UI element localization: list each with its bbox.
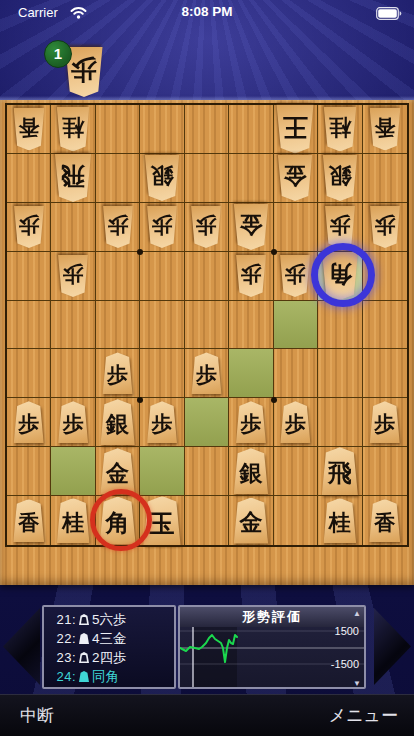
board-cell-6f[interactable]	[140, 349, 184, 398]
piece-香-bottom: 香	[367, 499, 402, 542]
board-cell-1c[interactable]: 歩	[363, 203, 407, 252]
scroll-down-icon[interactable]: ▼	[353, 680, 361, 688]
piece-歩-top: 歩	[145, 206, 179, 248]
board-cell-8c[interactable]	[51, 203, 95, 252]
hoshi-dot	[137, 249, 143, 255]
board-cell-1f[interactable]	[363, 349, 407, 398]
piece-銀-bottom: 銀	[231, 448, 270, 494]
move-number: 21:	[46, 612, 76, 627]
board-cell-4c[interactable]: 金	[229, 203, 273, 252]
board-cell-7g[interactable]: 銀	[96, 398, 140, 447]
board-cell-3a[interactable]: 王	[274, 105, 318, 154]
board-cell-3h[interactable]	[274, 447, 318, 496]
piece-飛-top: 飛	[53, 154, 94, 202]
board-cell-2f[interactable]	[318, 349, 362, 398]
board-cell-6a[interactable]	[140, 105, 184, 154]
board-cell-4d[interactable]: 歩	[229, 252, 273, 301]
shogi-board: 香桂王桂香飛銀金銀歩歩歩歩金歩歩歩歩歩角歩歩歩歩銀歩歩歩歩金銀飛香桂角玉金桂香	[0, 100, 414, 585]
board-cell-8a[interactable]: 桂	[51, 105, 95, 154]
captured-tray-top: 歩 1	[44, 38, 114, 104]
piece-歩-top: 歩	[234, 255, 268, 297]
board-cell-6d[interactable]	[140, 252, 184, 301]
piece-歩-bottom: 歩	[12, 401, 46, 443]
scroll-up-icon[interactable]: ▲	[353, 610, 361, 618]
board-cell-9h[interactable]	[7, 447, 51, 496]
board-cell-7c[interactable]: 歩	[96, 203, 140, 252]
move-row-24[interactable]: 24:同角	[46, 667, 172, 686]
menu-button[interactable]: メニュー	[329, 704, 398, 727]
black-shogi-piece-icon	[79, 671, 89, 682]
piece-歩-bottom: 歩	[56, 401, 90, 443]
board-cell-2b[interactable]: 銀	[318, 154, 362, 203]
board-cell-4f[interactable]	[229, 349, 273, 398]
piece-香-top: 香	[11, 107, 46, 150]
piece-歩-bottom: 歩	[189, 352, 223, 394]
piece-歩-top: 歩	[12, 206, 46, 248]
move-row-23[interactable]: 23:2四歩	[46, 648, 172, 667]
piece-香-bottom: 香	[11, 499, 46, 542]
move-list[interactable]: 21:5六歩22:4三金23:2四歩24:同角	[42, 605, 176, 689]
piece-歩-top: 歩	[101, 206, 135, 248]
board-cell-6i[interactable]: 玉	[140, 496, 184, 545]
piece-歩-bottom: 歩	[101, 352, 135, 394]
board-cell-3c[interactable]	[274, 203, 318, 252]
board-cell-5b[interactable]	[185, 154, 229, 203]
eval-max-label: 1500	[335, 625, 359, 637]
piece-金-top: 金	[276, 155, 315, 201]
move-text: 4三金	[92, 630, 127, 648]
eval-min-label: -1500	[331, 658, 359, 670]
move-text: 同角	[92, 668, 119, 686]
board-cell-4h[interactable]: 銀	[229, 447, 273, 496]
board-cell-5h[interactable]	[185, 447, 229, 496]
board-cell-7a[interactable]	[96, 105, 140, 154]
board-cell-7h[interactable]: 金	[96, 447, 140, 496]
piece-歩-bottom: 歩	[368, 401, 402, 443]
hoshi-dot	[271, 249, 277, 255]
board-cell-8g[interactable]: 歩	[51, 398, 95, 447]
board-cell-3e[interactable]	[274, 301, 318, 350]
board-cell-3g[interactable]: 歩	[274, 398, 318, 447]
board-cell-5e[interactable]	[185, 301, 229, 350]
board-cell-9i[interactable]: 香	[7, 496, 51, 545]
piece-歩-bottom: 歩	[278, 401, 312, 443]
board-cell-9d[interactable]	[7, 252, 51, 301]
piece-桂-top: 桂	[321, 106, 358, 151]
board-cell-8b[interactable]: 飛	[51, 154, 95, 203]
board-cell-7i[interactable]: 角	[96, 496, 140, 545]
next-move-button[interactable]	[374, 608, 411, 685]
board-cell-1e[interactable]	[363, 301, 407, 350]
left-triangle-icon	[3, 608, 40, 685]
board-cell-7b[interactable]	[96, 154, 140, 203]
eval-panel: 形勢評価 1500 -1500 ▲ ▼	[178, 605, 366, 689]
board-cell-3b[interactable]: 金	[274, 154, 318, 203]
board-cell-2c[interactable]: 歩	[318, 203, 362, 252]
board-cell-9c[interactable]: 歩	[7, 203, 51, 252]
board-cell-4b[interactable]	[229, 154, 273, 203]
clock: 8:08 PM	[0, 4, 414, 19]
board-cell-2d[interactable]: 角	[318, 252, 362, 301]
app-screen: Carrier 8:08 PM 歩 1 香桂王桂香飛銀金銀歩歩歩歩金歩歩歩歩歩角…	[0, 0, 414, 736]
piece-香-top: 香	[367, 107, 402, 150]
prev-move-button[interactable]	[3, 608, 40, 685]
board-cell-2i[interactable]: 桂	[318, 496, 362, 545]
board-cell-8f[interactable]	[51, 349, 95, 398]
board-cell-1i[interactable]: 香	[363, 496, 407, 545]
board-cell-6h[interactable]	[140, 447, 184, 496]
move-text: 2四歩	[92, 649, 127, 667]
board-cell-6g[interactable]: 歩	[140, 398, 184, 447]
board-cell-1d[interactable]	[363, 252, 407, 301]
board-cell-5a[interactable]	[185, 105, 229, 154]
piece-王-top: 王	[274, 104, 316, 153]
status-bar: Carrier 8:08 PM	[0, 0, 414, 24]
piece-歩-bottom: 歩	[234, 401, 268, 443]
move-text: 5六歩	[92, 611, 127, 629]
board-cell-2g[interactable]	[318, 398, 362, 447]
board-cell-4e[interactable]	[229, 301, 273, 350]
board-cell-3i[interactable]	[274, 496, 318, 545]
piece-桂-bottom: 桂	[321, 498, 358, 543]
board-cell-8h[interactable]	[51, 447, 95, 496]
battery-icon	[376, 6, 402, 24]
board-cell-9b[interactable]	[7, 154, 51, 203]
board-cell-5g[interactable]	[185, 398, 229, 447]
board-cell-2h[interactable]: 飛	[318, 447, 362, 496]
board-cell-1b[interactable]	[363, 154, 407, 203]
bottom-toolbar: 中断 メニュー	[0, 694, 414, 736]
board-cell-5f[interactable]: 歩	[185, 349, 229, 398]
piece-角-bottom: 角	[97, 497, 138, 545]
move-number: 22:	[46, 631, 76, 646]
eval-graph: 1500 -1500 ▲ ▼	[180, 627, 364, 689]
board-cell-9a[interactable]: 香	[7, 105, 51, 154]
board-cell-7d[interactable]	[96, 252, 140, 301]
piece-銀-top: 銀	[143, 155, 182, 201]
piece-歩-top: 歩	[278, 255, 312, 297]
captured-count-badge: 1	[44, 40, 72, 68]
board-cell-9e[interactable]	[7, 301, 51, 350]
eval-title: 形勢評価	[180, 607, 364, 627]
piece-歩-top: 歩	[323, 206, 357, 248]
board-cell-5d[interactable]	[185, 252, 229, 301]
white-shogi-piece-icon	[79, 652, 89, 663]
board-cell-9g[interactable]: 歩	[7, 398, 51, 447]
board-cell-5c[interactable]: 歩	[185, 203, 229, 252]
board-cell-5i[interactable]	[185, 496, 229, 545]
piece-桂-top: 桂	[55, 106, 92, 151]
board-cell-4i[interactable]: 金	[229, 496, 273, 545]
board-cell-7e[interactable]	[96, 301, 140, 350]
piece-歩-top: 歩	[56, 255, 90, 297]
right-triangle-icon	[374, 608, 411, 685]
board-cell-7f[interactable]: 歩	[96, 349, 140, 398]
board-cell-6c[interactable]: 歩	[140, 203, 184, 252]
piece-銀-top: 銀	[320, 155, 359, 201]
board-cell-3f[interactable]	[274, 349, 318, 398]
interrupt-button[interactable]: 中断	[20, 704, 54, 727]
piece-金-top: 金	[231, 204, 270, 250]
move-row-22[interactable]: 22:4三金	[46, 629, 172, 648]
piece-桂-bottom: 桂	[55, 498, 92, 543]
board-cell-3d[interactable]: 歩	[274, 252, 318, 301]
board-cell-9f[interactable]	[7, 349, 51, 398]
board-cell-8d[interactable]: 歩	[51, 252, 95, 301]
piece-金-bottom: 金	[231, 498, 270, 544]
board-cell-4a[interactable]	[229, 105, 273, 154]
hoshi-dot	[137, 397, 143, 403]
piece-金-bottom: 金	[98, 448, 137, 494]
board-cell-6e[interactable]	[140, 301, 184, 350]
piece-歩-top: 歩	[368, 206, 402, 248]
board-cell-4g[interactable]: 歩	[229, 398, 273, 447]
piece-飛-bottom: 飛	[319, 447, 360, 495]
hoshi-dot	[271, 397, 277, 403]
piece-銀-bottom: 銀	[98, 399, 137, 445]
board-cell-1g[interactable]: 歩	[363, 398, 407, 447]
piece-玉-bottom: 玉	[141, 496, 183, 545]
move-row-21[interactable]: 21:5六歩	[46, 610, 172, 629]
piece-歩-bottom: 歩	[145, 401, 179, 443]
move-number: 24:	[46, 669, 76, 684]
board-cell-6b[interactable]: 銀	[140, 154, 184, 203]
white-shogi-piece-icon	[79, 614, 89, 625]
board-cell-8i[interactable]: 桂	[51, 496, 95, 545]
board-cell-2a[interactable]: 桂	[318, 105, 362, 154]
piece-角-top: 角	[319, 252, 360, 300]
board-cell-8e[interactable]	[51, 301, 95, 350]
board-cell-1h[interactable]	[363, 447, 407, 496]
board-grid: 香桂王桂香飛銀金銀歩歩歩歩金歩歩歩歩歩角歩歩歩歩銀歩歩歩歩金銀飛香桂角玉金桂香	[5, 103, 409, 547]
black-shogi-piece-icon	[79, 633, 89, 644]
piece-歩-top: 歩	[189, 206, 223, 248]
board-cell-1a[interactable]: 香	[363, 105, 407, 154]
board-cell-2e[interactable]	[318, 301, 362, 350]
move-number: 23:	[46, 650, 76, 665]
